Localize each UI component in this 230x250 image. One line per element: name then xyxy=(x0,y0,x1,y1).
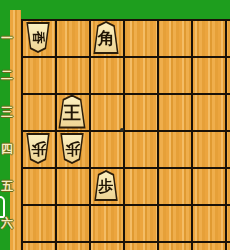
cell-9-1[interactable] xyxy=(57,21,91,58)
cell-4-6[interactable] xyxy=(227,206,230,243)
cell-9-5[interactable] xyxy=(57,169,91,206)
cell-9-6[interactable] xyxy=(57,206,91,243)
piece-face: 香 xyxy=(27,24,49,51)
cell-9-2[interactable] xyxy=(57,58,91,95)
cell-7-3[interactable] xyxy=(125,95,159,132)
cell-8-2[interactable] xyxy=(91,58,125,95)
piece-kanji: 香 xyxy=(32,31,45,44)
cell-5-4[interactable] xyxy=(193,132,227,169)
rank-label-4: 四 xyxy=(1,143,13,155)
cell-5-1[interactable] xyxy=(193,21,227,58)
star-point xyxy=(120,128,124,132)
piece-kanji: 歩 xyxy=(31,141,46,156)
cell-8-3[interactable] xyxy=(91,95,125,132)
piece-kanji: 王 xyxy=(63,104,81,122)
cell-7-5[interactable] xyxy=(125,169,159,206)
rank-label-3: 三 xyxy=(1,106,13,118)
cell-7-4[interactable] xyxy=(125,132,159,169)
cell-4-2[interactable] xyxy=(227,58,230,95)
rank-label-1: 一 xyxy=(1,32,13,44)
cell-8-7[interactable] xyxy=(91,243,125,250)
cell-9-7[interactable] xyxy=(57,243,91,250)
cell-4-7[interactable] xyxy=(227,243,230,250)
cell-7-6[interactable] xyxy=(125,206,159,243)
cell-10-7[interactable] xyxy=(23,243,57,250)
board-grid xyxy=(21,19,230,250)
cell-10-3[interactable] xyxy=(23,95,57,132)
cell-5-3[interactable] xyxy=(193,95,227,132)
cell-4-4[interactable] xyxy=(227,132,230,169)
cell-6-5[interactable] xyxy=(159,169,193,206)
cell-4-5[interactable] xyxy=(227,169,230,206)
cell-5-6[interactable] xyxy=(193,206,227,243)
piece-face: 角 xyxy=(94,23,118,52)
cell-6-7[interactable] xyxy=(159,243,193,250)
piece-kanji: 歩 xyxy=(99,179,114,194)
cell-6-3[interactable] xyxy=(159,95,193,132)
shogi-app-screen: { "game": "shogi (variant board with 10 … xyxy=(0,0,230,250)
cell-6-2[interactable] xyxy=(159,58,193,95)
cell-10-5[interactable] xyxy=(23,169,57,206)
piece-face: 歩 xyxy=(61,135,83,162)
piece-kanji: 角 xyxy=(98,30,115,47)
cell-6-6[interactable] xyxy=(159,206,193,243)
piece-face: 王 xyxy=(59,97,85,127)
cell-6-1[interactable] xyxy=(159,21,193,58)
cell-7-1[interactable] xyxy=(125,21,159,58)
cell-5-2[interactable] xyxy=(193,58,227,95)
cell-5-7[interactable] xyxy=(193,243,227,250)
cell-10-6[interactable] xyxy=(23,206,57,243)
rank-label-2: 二 xyxy=(1,69,13,81)
cell-7-2[interactable] xyxy=(125,58,159,95)
cell-4-3[interactable] xyxy=(227,95,230,132)
cell-6-4[interactable] xyxy=(159,132,193,169)
cell-10-2[interactable] xyxy=(23,58,57,95)
cell-8-4[interactable] xyxy=(91,132,125,169)
cell-7-7[interactable] xyxy=(125,243,159,250)
cell-5-5[interactable] xyxy=(193,169,227,206)
piece-kanji: 歩 xyxy=(65,141,80,156)
piece-face: 歩 xyxy=(27,135,49,162)
cell-4-1[interactable] xyxy=(227,21,230,58)
piece-face: 歩 xyxy=(95,172,117,199)
rank-label-6: 六 xyxy=(1,217,13,229)
file-labels-bar xyxy=(21,0,230,19)
cell-8-6[interactable] xyxy=(91,206,125,243)
rank-label-5: 五 xyxy=(1,180,13,192)
